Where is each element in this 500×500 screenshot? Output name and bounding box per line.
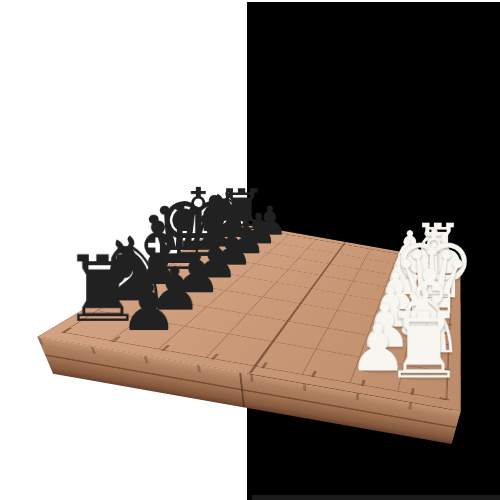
board-photo-scene: ♜♟♟♜♞♟♟♞♝♟♟♝♚♟♟♚♛♟♟♛♝♟♟♝♞♟♟♞♜♟♟♜: [0, 0, 500, 500]
square: [255, 341, 316, 374]
chess-board: ♜♟♟♜♞♟♟♞♝♟♟♝♚♟♟♚♛♟♟♛♝♟♟♝♞♟♟♞♜♟♟♜: [37, 222, 460, 412]
photo-page: ♜♟♟♜♞♟♟♞♝♟♟♝♚♟♟♚♛♟♟♛♝♟♟♝♞♟♟♞♜♟♟♜: [0, 0, 500, 500]
white-rook: ♜: [383, 309, 465, 382]
black-rook: ♜: [61, 253, 143, 326]
square: ♜: [399, 365, 448, 400]
square: ♜: [64, 311, 142, 341]
